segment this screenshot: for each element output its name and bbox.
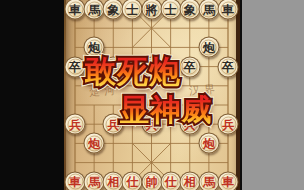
piece-black-soldier[interactable]: 卒 [218, 56, 239, 77]
title-line1-text: 敢死炮 [85, 56, 181, 87]
piece-red-soldier[interactable]: 兵 [218, 114, 239, 135]
piece-black-cannon[interactable]: 炮 [198, 37, 219, 58]
piece-character: 兵 [69, 118, 81, 130]
piece-red-horse[interactable]: 馬 [84, 171, 105, 190]
piece-character: 士 [126, 3, 138, 15]
piece-character: 馬 [88, 3, 100, 15]
piece-character: 炮 [203, 41, 215, 53]
piece-red-advisor[interactable]: 仕 [160, 171, 181, 190]
video-frame: 楚河 汉界 車馬象士將士象馬車炮炮卒卒卒卒卒兵兵兵兵兵炮炮車馬相仕帥仕相馬車 敢… [0, 0, 304, 190]
piece-black-chariot[interactable]: 車 [218, 0, 239, 20]
piece-character: 馬 [203, 3, 215, 15]
piece-character: 仕 [165, 176, 177, 188]
overlay-title-line2: 显神威 显神威 显神威 [120, 95, 213, 125]
piece-character: 相 [184, 176, 196, 188]
piece-red-chariot[interactable]: 車 [65, 171, 86, 190]
piece-black-horse[interactable]: 馬 [84, 0, 105, 20]
piece-character: 仕 [126, 176, 138, 188]
piece-character: 兵 [107, 118, 119, 130]
overlay-title-line1: 敢死炮 敢死炮 敢死炮 [85, 56, 181, 87]
piece-character: 車 [222, 3, 234, 15]
piece-black-elephant[interactable]: 象 [179, 0, 200, 20]
piece-black-general[interactable]: 將 [141, 0, 162, 20]
piece-red-chariot[interactable]: 車 [218, 171, 239, 190]
piece-black-elephant[interactable]: 象 [103, 0, 124, 20]
piece-character: 卒 [184, 61, 196, 73]
piece-character: 炮 [203, 137, 215, 149]
piece-character: 車 [69, 3, 81, 15]
piece-red-elephant[interactable]: 相 [179, 171, 200, 190]
piece-character: 卒 [222, 61, 234, 73]
piece-character: 象 [184, 3, 196, 15]
piece-character: 車 [69, 176, 81, 188]
piece-red-cannon[interactable]: 炮 [84, 133, 105, 154]
piece-black-advisor[interactable]: 士 [122, 0, 143, 20]
piece-red-soldier[interactable]: 兵 [65, 114, 86, 135]
title-line2-text: 显神威 [120, 95, 213, 125]
piece-black-advisor[interactable]: 士 [160, 0, 181, 20]
piece-character: 象 [107, 3, 119, 15]
piece-red-horse[interactable]: 馬 [198, 171, 219, 190]
right-letterbox-bar [240, 0, 304, 190]
piece-character: 卒 [69, 61, 81, 73]
piece-black-horse[interactable]: 馬 [198, 0, 219, 20]
piece-black-soldier[interactable]: 卒 [65, 56, 86, 77]
piece-character: 馬 [203, 176, 215, 188]
piece-character: 帥 [146, 176, 158, 188]
piece-black-chariot[interactable]: 車 [65, 0, 86, 20]
piece-red-elephant[interactable]: 相 [103, 171, 124, 190]
piece-black-soldier[interactable]: 卒 [179, 56, 200, 77]
piece-character: 兵 [222, 118, 234, 130]
piece-character: 相 [107, 176, 119, 188]
left-letterbox-bar [0, 0, 64, 190]
piece-red-general[interactable]: 帥 [141, 171, 162, 190]
piece-character: 車 [222, 176, 234, 188]
piece-red-advisor[interactable]: 仕 [122, 171, 143, 190]
piece-character: 馬 [88, 176, 100, 188]
piece-character: 炮 [88, 41, 100, 53]
piece-character: 士 [165, 3, 177, 15]
piece-character: 將 [146, 3, 158, 15]
piece-character: 炮 [88, 137, 100, 149]
piece-red-cannon[interactable]: 炮 [198, 133, 219, 154]
